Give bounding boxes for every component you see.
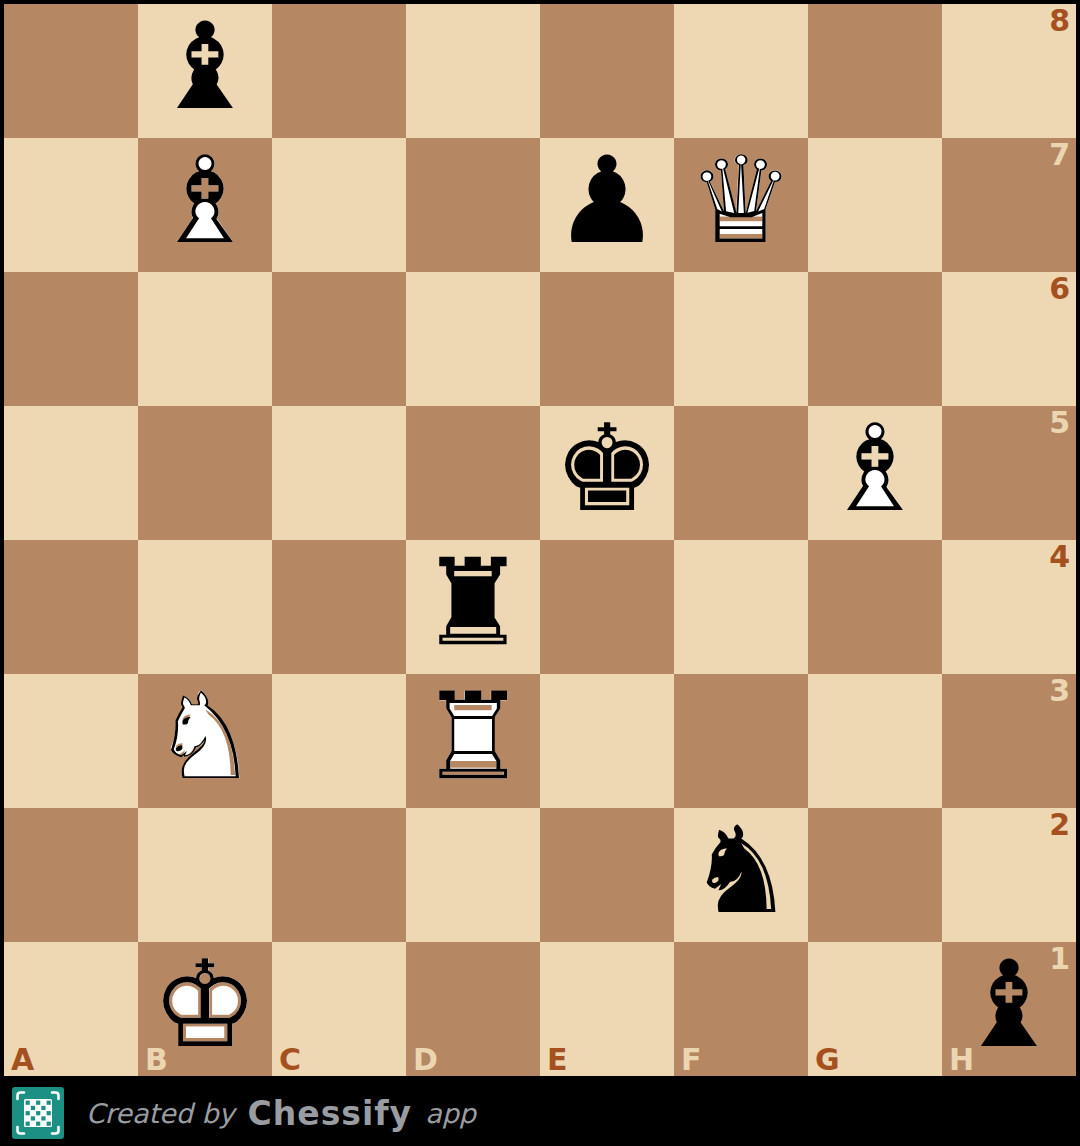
square-f4[interactable] [674, 540, 808, 674]
square-b6[interactable] [138, 272, 272, 406]
square-g2[interactable] [808, 808, 942, 942]
white-rook[interactable]: ♜♖ [406, 674, 540, 808]
square-e6[interactable] [540, 272, 674, 406]
square-b8[interactable]: ♝ [138, 4, 272, 138]
square-g6[interactable] [808, 272, 942, 406]
square-e7[interactable]: ♟ [540, 138, 674, 272]
square-g4[interactable] [808, 540, 942, 674]
square-b5[interactable] [138, 406, 272, 540]
black-pawn[interactable]: ♟ [540, 138, 674, 272]
square-g3[interactable] [808, 674, 942, 808]
rank-label-7: 7 [1049, 138, 1070, 172]
file-label-a: A [11, 1044, 34, 1076]
square-c2[interactable] [272, 808, 406, 942]
rank-label-2: 2 [1049, 808, 1070, 842]
square-e5[interactable]: ♚ [540, 406, 674, 540]
square-b7[interactable]: ♝♗ [138, 138, 272, 272]
square-b3[interactable]: ♞♘ [138, 674, 272, 808]
chessify-logo-icon [12, 1087, 64, 1139]
square-d8[interactable] [406, 4, 540, 138]
black-rook[interactable]: ♜ [406, 540, 540, 674]
square-g5[interactable]: ♝♗ [808, 406, 942, 540]
square-h8[interactable]: 8 [942, 4, 1076, 138]
white-bishop[interactable]: ♝♗ [138, 138, 272, 272]
white-queen[interactable]: ♛♕ [674, 138, 808, 272]
square-a4[interactable] [4, 540, 138, 674]
footer-brand-text: Chessify [248, 1094, 413, 1133]
square-c5[interactable] [272, 406, 406, 540]
square-a5[interactable] [4, 406, 138, 540]
square-b1[interactable]: B♚♔ [138, 942, 272, 1076]
square-c7[interactable] [272, 138, 406, 272]
square-e3[interactable] [540, 674, 674, 808]
square-a8[interactable] [4, 4, 138, 138]
square-h6[interactable]: 6 [942, 272, 1076, 406]
square-c6[interactable] [272, 272, 406, 406]
square-e4[interactable] [540, 540, 674, 674]
white-knight[interactable]: ♞♘ [138, 674, 272, 808]
white-bishop[interactable]: ♝♗ [808, 406, 942, 540]
file-label-f: F [681, 1044, 702, 1076]
square-f6[interactable] [674, 272, 808, 406]
square-h7[interactable]: 7 [942, 138, 1076, 272]
square-a3[interactable] [4, 674, 138, 808]
square-a7[interactable] [4, 138, 138, 272]
square-g7[interactable] [808, 138, 942, 272]
square-d4[interactable]: ♜ [406, 540, 540, 674]
square-h3[interactable]: 3 [942, 674, 1076, 808]
square-f1[interactable]: F [674, 942, 808, 1076]
rank-label-3: 3 [1049, 674, 1070, 708]
file-label-c: C [279, 1044, 301, 1076]
square-c4[interactable] [272, 540, 406, 674]
square-d5[interactable] [406, 406, 540, 540]
footer-app-text: app [425, 1098, 476, 1129]
square-b2[interactable] [138, 808, 272, 942]
square-f5[interactable] [674, 406, 808, 540]
file-label-d: D [413, 1044, 438, 1076]
black-bishop[interactable]: ♝ [942, 942, 1076, 1076]
square-h4[interactable]: 4 [942, 540, 1076, 674]
square-a6[interactable] [4, 272, 138, 406]
square-f3[interactable] [674, 674, 808, 808]
black-king[interactable]: ♚ [540, 406, 674, 540]
square-e2[interactable] [540, 808, 674, 942]
square-g1[interactable]: G [808, 942, 942, 1076]
square-e1[interactable]: E [540, 942, 674, 1076]
square-f7[interactable]: ♛♕ [674, 138, 808, 272]
square-d2[interactable] [406, 808, 540, 942]
footer-credit: Created by Chessify app [86, 1094, 476, 1133]
square-b4[interactable] [138, 540, 272, 674]
black-bishop[interactable]: ♝ [138, 4, 272, 138]
file-label-g: G [815, 1044, 840, 1076]
footer-created-by-text: Created by [86, 1098, 235, 1129]
square-d3[interactable]: ♜♖ [406, 674, 540, 808]
rank-label-5: 5 [1049, 406, 1070, 440]
square-f2[interactable]: ♞ [674, 808, 808, 942]
square-h5[interactable]: 5 [942, 406, 1076, 540]
square-c8[interactable] [272, 4, 406, 138]
chess-board: ♝8♝♗♟♛♕76♚♝♗5♜4♞♘♜♖3♞2AB♚♔CDEFG1H♝ [4, 4, 1076, 1076]
square-d7[interactable] [406, 138, 540, 272]
square-h1[interactable]: 1H♝ [942, 942, 1076, 1076]
rank-label-6: 6 [1049, 272, 1070, 306]
square-h2[interactable]: 2 [942, 808, 1076, 942]
white-king[interactable]: ♚♔ [138, 942, 272, 1076]
rank-label-4: 4 [1049, 540, 1070, 574]
square-e8[interactable] [540, 4, 674, 138]
rank-label-8: 8 [1049, 4, 1070, 38]
square-g8[interactable] [808, 4, 942, 138]
square-d6[interactable] [406, 272, 540, 406]
footer-bar: Created by Chessify app [0, 1080, 1080, 1146]
black-knight[interactable]: ♞ [674, 808, 808, 942]
square-f8[interactable] [674, 4, 808, 138]
square-c3[interactable] [272, 674, 406, 808]
square-a1[interactable]: A [4, 942, 138, 1076]
square-c1[interactable]: C [272, 942, 406, 1076]
square-d1[interactable]: D [406, 942, 540, 1076]
square-a2[interactable] [4, 808, 138, 942]
file-label-e: E [547, 1044, 568, 1076]
